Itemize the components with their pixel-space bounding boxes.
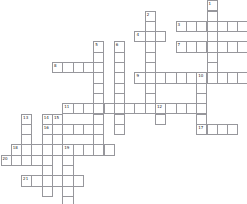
clue-number-4: 4: [136, 32, 139, 37]
cell-r15c1[interactable]: [11, 155, 22, 166]
clue-number-11: 11: [64, 104, 69, 109]
clue-number-12: 12: [157, 104, 162, 109]
cell-r15c3[interactable]: [31, 155, 42, 166]
crossword-board: 123456789101711121314161518192021: [0, 0, 247, 204]
clue-number-19: 19: [64, 145, 69, 150]
clue-number-18: 18: [13, 145, 18, 150]
cell-r18c4[interactable]: [42, 186, 53, 197]
cell-r17c3[interactable]: [31, 175, 42, 186]
clue-number-3: 3: [178, 22, 181, 27]
clue-number-15: 15: [54, 115, 59, 120]
clue-number-7: 7: [178, 42, 181, 47]
clue-number-16: 16: [44, 125, 49, 130]
cell-r14c8[interactable]: [83, 144, 94, 155]
clue-number-13: 13: [23, 115, 28, 120]
cell-r4c19[interactable]: [196, 41, 207, 52]
cell-r6c8[interactable]: [83, 62, 94, 73]
clue-number-20: 20: [3, 156, 8, 161]
clue-number-8: 8: [54, 63, 57, 68]
cell-r10c18[interactable]: [186, 103, 197, 114]
cell-r10c13[interactable]: [134, 103, 145, 114]
cell-r7c13[interactable]: 9: [134, 72, 145, 83]
clue-number-21: 21: [23, 176, 28, 181]
cell-r3c15[interactable]: [155, 31, 166, 42]
cell-r12c11[interactable]: [114, 124, 125, 135]
cell-r17c7[interactable]: [73, 175, 84, 186]
cell-r14c10[interactable]: [104, 144, 115, 155]
cell-r7c23[interactable]: [237, 72, 247, 83]
cell-r2c19[interactable]: [196, 21, 207, 32]
clue-number-2: 2: [147, 12, 150, 17]
cell-r10c10[interactable]: [104, 103, 115, 114]
cell-r17c5[interactable]: [52, 175, 63, 186]
cell-r12c22[interactable]: [227, 124, 238, 135]
cell-r11c15[interactable]: [155, 114, 166, 125]
clue-number-17: 17: [198, 125, 203, 130]
clue-number-9: 9: [136, 73, 139, 78]
clue-number-6: 6: [116, 42, 119, 47]
cell-r10c8[interactable]: [83, 103, 94, 114]
clue-number-1: 1: [209, 1, 212, 6]
cell-r4c23[interactable]: [237, 41, 247, 52]
clue-number-14: 14: [44, 115, 49, 120]
cell-r12c8[interactable]: [83, 124, 94, 135]
clue-number-10: 10: [198, 73, 203, 78]
clue-number-5: 5: [95, 42, 98, 47]
cell-r19c6[interactable]: [62, 196, 73, 204]
cell-r3c13[interactable]: 4: [134, 31, 145, 42]
cell-r2c23[interactable]: [237, 21, 247, 32]
